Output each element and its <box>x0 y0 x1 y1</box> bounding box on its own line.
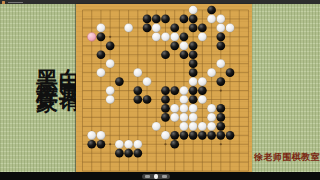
window-title-text <box>8 2 23 4</box>
black-stone <box>207 6 216 15</box>
black-stone <box>216 104 225 113</box>
white-stone <box>106 59 115 68</box>
white-stone <box>189 77 198 86</box>
black-stone <box>143 15 152 24</box>
black-stone <box>161 86 170 95</box>
right-panel: 徐老师围棋教室 <box>252 4 320 172</box>
black-stone <box>189 68 198 77</box>
black-stone <box>97 140 106 149</box>
black-stone <box>124 149 133 158</box>
black-stone <box>216 131 225 140</box>
black-stone <box>87 140 96 149</box>
white-stone <box>180 41 189 50</box>
black-stone <box>189 131 198 140</box>
go-board[interactable] <box>76 4 252 172</box>
black-stone <box>97 50 106 59</box>
black-stone <box>189 15 198 24</box>
white-stone <box>143 77 152 86</box>
white-stone <box>124 24 133 33</box>
playback-pill[interactable] <box>142 174 170 180</box>
black-stone <box>180 15 189 24</box>
player-control-bar <box>0 172 320 180</box>
black-stone <box>170 131 179 140</box>
white-stone <box>198 33 207 42</box>
white-stone <box>216 59 225 68</box>
black-stone <box>170 86 179 95</box>
white-stone <box>170 33 179 42</box>
black-player-name: 黑辜梓豪 <box>36 52 59 80</box>
white-stone <box>180 122 189 131</box>
black-stone <box>115 77 124 86</box>
black-stone <box>180 131 189 140</box>
black-stone <box>189 59 198 68</box>
star-point <box>220 143 222 145</box>
white-stone <box>97 24 106 33</box>
star-point <box>164 143 166 145</box>
white-stone <box>180 86 189 95</box>
black-stone <box>133 149 142 158</box>
white-stone <box>198 77 207 86</box>
white-stone <box>152 24 161 33</box>
white-stone <box>216 24 225 33</box>
white-stone <box>207 104 216 113</box>
black-stone <box>216 122 225 131</box>
white-stone <box>161 33 170 42</box>
black-stone <box>152 15 161 24</box>
forward-icon[interactable] <box>162 175 167 178</box>
white-stone <box>152 122 161 131</box>
star-point <box>109 36 111 38</box>
black-stone <box>170 41 179 50</box>
white-stone <box>106 95 115 104</box>
black-stone <box>161 95 170 104</box>
star-point <box>220 89 222 91</box>
white-stone <box>207 122 216 131</box>
white-stone <box>198 122 207 131</box>
black-stone <box>198 86 207 95</box>
black-stone <box>161 104 170 113</box>
black-stone <box>133 95 142 104</box>
black-stone <box>189 50 198 59</box>
black-stone <box>207 131 216 140</box>
white-stone <box>124 140 133 149</box>
white-stone <box>161 131 170 140</box>
black-stone <box>216 113 225 122</box>
black-stone <box>216 77 225 86</box>
white-stone <box>189 122 198 131</box>
white-stone <box>87 131 96 140</box>
black-stone <box>143 24 152 33</box>
black-stone <box>189 24 198 33</box>
black-stone <box>170 24 179 33</box>
black-stone <box>180 33 189 42</box>
watermark-text: 徐老师围棋教室 <box>254 151 320 164</box>
black-stone <box>161 50 170 59</box>
white-stone <box>170 113 179 122</box>
black-stone <box>161 15 170 24</box>
rewind-icon[interactable] <box>145 175 150 178</box>
black-stone <box>180 50 189 59</box>
white-stone <box>180 104 189 113</box>
star-point <box>109 143 111 145</box>
white-stone <box>207 68 216 77</box>
black-stone <box>106 41 115 50</box>
white-stone <box>133 68 142 77</box>
white-stone <box>189 113 198 122</box>
black-stone <box>226 68 235 77</box>
white-stone <box>189 6 198 15</box>
white-stone <box>97 131 106 140</box>
white-stone <box>115 140 124 149</box>
play-toggle-icon[interactable] <box>154 174 159 179</box>
black-stone <box>143 95 152 104</box>
black-stone <box>115 149 124 158</box>
black-stone <box>189 41 198 50</box>
go-board-grid <box>76 4 252 172</box>
black-stone <box>189 86 198 95</box>
black-stone <box>216 41 225 50</box>
white-stone <box>180 113 189 122</box>
white-stone <box>133 140 142 149</box>
black-stone <box>189 95 198 104</box>
marked-pink-stone <box>87 33 96 42</box>
black-stone <box>216 33 225 42</box>
black-stone <box>198 24 207 33</box>
white-stone <box>207 113 216 122</box>
white-stone <box>189 104 198 113</box>
white-stone <box>180 95 189 104</box>
white-stone <box>106 86 115 95</box>
white-stone <box>226 24 235 33</box>
white-stone <box>198 95 207 104</box>
white-stone <box>216 15 225 24</box>
video-frame: 黑辜梓豪 白申真谞 <box>0 0 320 180</box>
white-stone <box>152 33 161 42</box>
white-stone <box>97 68 106 77</box>
white-stone <box>207 15 216 24</box>
black-stone <box>170 140 179 149</box>
black-stone <box>198 131 207 140</box>
white-stone <box>170 104 179 113</box>
black-stone <box>226 131 235 140</box>
black-stone <box>133 86 142 95</box>
black-stone <box>161 113 170 122</box>
left-player-panel: 黑辜梓豪 白申真谞 <box>0 4 76 172</box>
black-stone <box>97 33 106 42</box>
